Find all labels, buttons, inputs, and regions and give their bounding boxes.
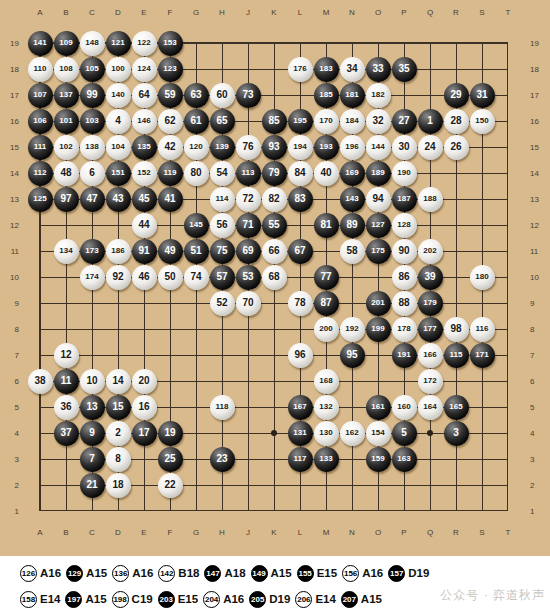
stone-H16-move-65: 65 bbox=[210, 109, 235, 134]
stone-L4-move-131: 131 bbox=[288, 421, 313, 446]
row-label-17: 17 bbox=[2, 91, 22, 100]
annotation-move-136: 136A16 bbox=[112, 565, 153, 582]
stone-F4-move-19: 19 bbox=[158, 421, 183, 446]
col-label-K: K bbox=[261, 8, 287, 17]
annotation-move-207: 207A15 bbox=[341, 591, 382, 608]
stone-P16-move-27: 27 bbox=[392, 109, 417, 134]
stone-C2-move-21: 21 bbox=[80, 473, 105, 498]
stone-N8-move-192: 192 bbox=[340, 317, 365, 342]
row-label-4: 4 bbox=[2, 429, 22, 438]
stone-C3-move-7: 7 bbox=[80, 447, 105, 472]
col-label-H: H bbox=[209, 528, 235, 537]
stone-O15-move-144: 144 bbox=[366, 135, 391, 160]
stone-N18-move-34: 34 bbox=[340, 57, 365, 82]
stone-D6-move-14: 14 bbox=[106, 369, 131, 394]
row-label-6: 6 bbox=[527, 377, 547, 386]
stone-D2-move-18: 18 bbox=[106, 473, 131, 498]
stone-E10-move-46: 46 bbox=[132, 265, 157, 290]
stone-E19-move-122: 122 bbox=[132, 31, 157, 56]
stone-M5-move-132: 132 bbox=[314, 395, 339, 420]
annotation-point: E14 bbox=[315, 593, 335, 605]
row-label-16: 16 bbox=[2, 117, 22, 126]
stone-D19-move-121: 121 bbox=[106, 31, 131, 56]
col-label-B: B bbox=[53, 8, 79, 17]
stone-G14-move-80: 80 bbox=[184, 161, 209, 186]
stone-P14-move-190: 190 bbox=[392, 161, 417, 186]
annotation-stone-icon: 198 bbox=[112, 591, 129, 608]
stone-F10-move-50: 50 bbox=[158, 265, 183, 290]
row-label-2: 2 bbox=[2, 481, 22, 490]
stone-D3-move-8: 8 bbox=[106, 447, 131, 472]
stone-F16-move-62: 62 bbox=[158, 109, 183, 134]
row-label-16: 16 bbox=[527, 117, 547, 126]
row-label-14: 14 bbox=[2, 169, 22, 178]
stone-J14-move-113: 113 bbox=[236, 161, 261, 186]
column-labels-top: ABCDEFGHJKLMNOPQRST bbox=[27, 8, 521, 17]
annotation-move-142: 142B18 bbox=[158, 565, 199, 582]
annotation-point: C19 bbox=[132, 593, 153, 605]
stone-S16-move-150: 150 bbox=[470, 109, 495, 134]
row-label-3: 3 bbox=[527, 455, 547, 464]
col-label-D: D bbox=[105, 8, 131, 17]
row-label-13: 13 bbox=[2, 195, 22, 204]
stone-Q13-move-188: 188 bbox=[418, 187, 443, 212]
annotation-stone-icon: 205 bbox=[249, 591, 266, 608]
stone-J11-move-69: 69 bbox=[236, 239, 261, 264]
annotation-stone-icon: 136 bbox=[112, 565, 129, 582]
stone-A14-move-112: 112 bbox=[28, 161, 53, 186]
stone-K12-move-55: 55 bbox=[262, 213, 287, 238]
stone-O17-move-182: 182 bbox=[366, 83, 391, 108]
stone-Q5-move-164: 164 bbox=[418, 395, 443, 420]
stone-E18-move-124: 124 bbox=[132, 57, 157, 82]
stone-P18-move-35: 35 bbox=[392, 57, 417, 82]
annotation-point: A15 bbox=[361, 593, 382, 605]
stone-H14-move-54: 54 bbox=[210, 161, 235, 186]
stone-M9-move-87: 87 bbox=[314, 291, 339, 316]
annotation-point: D19 bbox=[269, 593, 290, 605]
stone-E12-move-44: 44 bbox=[132, 213, 157, 238]
stone-L7-move-96: 96 bbox=[288, 343, 313, 368]
stone-K15-move-93: 93 bbox=[262, 135, 287, 160]
col-label-O: O bbox=[365, 8, 391, 17]
stone-Q16-move-1: 1 bbox=[418, 109, 443, 134]
stone-Q15-move-24: 24 bbox=[418, 135, 443, 160]
stone-P12-move-128: 128 bbox=[392, 213, 417, 238]
row-label-2: 2 bbox=[527, 481, 547, 490]
annotation-stone-icon: 206 bbox=[295, 591, 312, 608]
annotation-move-149: 149A15 bbox=[251, 565, 292, 582]
annotation-stone-icon: 207 bbox=[341, 591, 358, 608]
stone-P11-move-90: 90 bbox=[392, 239, 417, 264]
stone-N14-move-169: 169 bbox=[340, 161, 365, 186]
stone-H11-move-75: 75 bbox=[210, 239, 235, 264]
stone-B7-move-12: 12 bbox=[54, 343, 79, 368]
stone-Q7-move-166: 166 bbox=[418, 343, 443, 368]
stone-L14-move-84: 84 bbox=[288, 161, 313, 186]
stone-N7-move-95: 95 bbox=[340, 343, 365, 368]
stone-N15-move-196: 196 bbox=[340, 135, 365, 160]
watermark-text: 公众号 · 弈道秋声 bbox=[440, 587, 545, 604]
move-annotations: 126A16129A15136A16142B18147A18149A15155E… bbox=[0, 556, 550, 615]
stone-G17-move-63: 63 bbox=[184, 83, 209, 108]
row-label-1: 1 bbox=[527, 507, 547, 516]
stone-B19-move-109: 109 bbox=[54, 31, 79, 56]
stone-J9-move-70: 70 bbox=[236, 291, 261, 316]
stone-E15-move-135: 135 bbox=[132, 135, 157, 160]
stone-G15-move-120: 120 bbox=[184, 135, 209, 160]
row-label-15: 15 bbox=[2, 143, 22, 152]
col-label-M: M bbox=[313, 8, 339, 17]
stone-P10-move-86: 86 bbox=[392, 265, 417, 290]
stone-G16-move-61: 61 bbox=[184, 109, 209, 134]
annotation-move-198: 198C19 bbox=[112, 591, 153, 608]
stone-O13-move-94: 94 bbox=[366, 187, 391, 212]
stone-R8-move-98: 98 bbox=[444, 317, 469, 342]
stone-P4-move-5: 5 bbox=[392, 421, 417, 446]
stone-D11-move-186: 186 bbox=[106, 239, 131, 264]
col-label-F: F bbox=[157, 528, 183, 537]
stone-R15-move-26: 26 bbox=[444, 135, 469, 160]
row-label-19: 19 bbox=[2, 39, 22, 48]
col-label-S: S bbox=[469, 8, 495, 17]
stone-J15-move-76: 76 bbox=[236, 135, 261, 160]
stone-G10-move-74: 74 bbox=[184, 265, 209, 290]
stone-M16-move-170: 170 bbox=[314, 109, 339, 134]
stone-K13-move-82: 82 bbox=[262, 187, 287, 212]
stone-M6-move-168: 168 bbox=[314, 369, 339, 394]
stone-K10-move-68: 68 bbox=[262, 265, 287, 290]
stone-Q9-move-179: 179 bbox=[418, 291, 443, 316]
stone-D13-move-43: 43 bbox=[106, 187, 131, 212]
annotation-stone-icon: 156 bbox=[342, 565, 359, 582]
row-label-3: 3 bbox=[2, 455, 22, 464]
stone-J10-move-53: 53 bbox=[236, 265, 261, 290]
stone-N16-move-184: 184 bbox=[340, 109, 365, 134]
annotation-point: E15 bbox=[178, 593, 198, 605]
col-label-T: T bbox=[495, 528, 521, 537]
col-label-D: D bbox=[105, 528, 131, 537]
stone-C14-move-6: 6 bbox=[80, 161, 105, 186]
annotation-stone-icon: 147 bbox=[204, 565, 221, 582]
row-label-19: 19 bbox=[527, 39, 547, 48]
stone-A19-move-141: 141 bbox=[28, 31, 53, 56]
annotation-point: B18 bbox=[178, 567, 199, 579]
stone-Q6-move-172: 172 bbox=[418, 369, 443, 394]
stone-O12-move-127: 127 bbox=[366, 213, 391, 238]
stone-O8-move-199: 199 bbox=[366, 317, 391, 342]
stone-N11-move-58: 58 bbox=[340, 239, 365, 264]
stone-C11-move-173: 173 bbox=[80, 239, 105, 264]
stone-H9-move-52: 52 bbox=[210, 291, 235, 316]
annotation-stone-icon: 204 bbox=[203, 591, 220, 608]
stone-A18-move-110: 110 bbox=[28, 57, 53, 82]
stone-R16-move-28: 28 bbox=[444, 109, 469, 134]
annotation-point: A15 bbox=[86, 567, 107, 579]
stone-H15-move-139: 139 bbox=[210, 135, 235, 160]
stone-L18-move-176: 176 bbox=[288, 57, 313, 82]
annotation-stone-icon: 157 bbox=[388, 565, 405, 582]
stone-B13-move-97: 97 bbox=[54, 187, 79, 212]
annotation-stone-icon: 155 bbox=[297, 565, 314, 582]
stone-E5-move-16: 16 bbox=[132, 395, 157, 420]
stone-H5-move-118: 118 bbox=[210, 395, 235, 420]
stone-B18-move-108: 108 bbox=[54, 57, 79, 82]
annotation-point: A16 bbox=[362, 567, 383, 579]
row-label-9: 9 bbox=[2, 299, 22, 308]
stone-J12-move-71: 71 bbox=[236, 213, 261, 238]
stone-D18-move-100: 100 bbox=[106, 57, 131, 82]
stone-C5-move-13: 13 bbox=[80, 395, 105, 420]
col-label-B: B bbox=[53, 528, 79, 537]
stone-D4-move-2: 2 bbox=[106, 421, 131, 446]
col-label-O: O bbox=[365, 528, 391, 537]
annotation-point: A16 bbox=[40, 567, 61, 579]
row-labels-right: 19181716151413121110987654321 bbox=[527, 30, 547, 524]
stone-G11-move-51: 51 bbox=[184, 239, 209, 264]
row-label-11: 11 bbox=[2, 247, 22, 256]
stone-E4-move-17: 17 bbox=[132, 421, 157, 446]
col-label-N: N bbox=[339, 8, 365, 17]
annotation-stone-icon: 197 bbox=[65, 591, 82, 608]
stone-L5-move-167: 167 bbox=[288, 395, 313, 420]
stone-E17-move-64: 64 bbox=[132, 83, 157, 108]
stone-C15-move-138: 138 bbox=[80, 135, 105, 160]
col-label-F: F bbox=[157, 8, 183, 17]
col-label-N: N bbox=[339, 528, 365, 537]
stone-F19-move-153: 153 bbox=[158, 31, 183, 56]
stone-P5-move-160: 160 bbox=[392, 395, 417, 420]
stone-F13-move-41: 41 bbox=[158, 187, 183, 212]
annotation-stone-icon: 126 bbox=[20, 565, 37, 582]
row-label-17: 17 bbox=[527, 91, 547, 100]
stone-F11-move-49: 49 bbox=[158, 239, 183, 264]
annotation-move-157: 157D19 bbox=[388, 565, 429, 582]
stone-H13-move-114: 114 bbox=[210, 187, 235, 212]
annotation-move-197: 197A15 bbox=[65, 591, 106, 608]
col-label-C: C bbox=[79, 8, 105, 17]
stone-N12-move-89: 89 bbox=[340, 213, 365, 238]
stone-O11-move-175: 175 bbox=[366, 239, 391, 264]
go-board-area: ABCDEFGHJKLMNOPQRST ABCDEFGHJKLMNOPQRST … bbox=[0, 0, 550, 556]
annotation-stone-icon: 142 bbox=[158, 565, 175, 582]
col-label-H: H bbox=[209, 8, 235, 17]
stone-M12-move-81: 81 bbox=[314, 213, 339, 238]
stone-H10-move-57: 57 bbox=[210, 265, 235, 290]
stone-R4-move-3: 3 bbox=[444, 421, 469, 446]
annotation-stone-icon: 203 bbox=[158, 591, 175, 608]
stone-M4-move-130: 130 bbox=[314, 421, 339, 446]
row-label-6: 6 bbox=[2, 377, 22, 386]
row-label-5: 5 bbox=[2, 403, 22, 412]
stone-Q8-move-177: 177 bbox=[418, 317, 443, 342]
stone-R5-move-165: 165 bbox=[444, 395, 469, 420]
stone-M8-move-200: 200 bbox=[314, 317, 339, 342]
stone-C17-move-99: 99 bbox=[80, 83, 105, 108]
row-label-15: 15 bbox=[527, 143, 547, 152]
stone-C4-move-9: 9 bbox=[80, 421, 105, 446]
annotation-move-203: 203E15 bbox=[158, 591, 198, 608]
go-diagram-page: ABCDEFGHJKLMNOPQRST ABCDEFGHJKLMNOPQRST … bbox=[0, 0, 550, 615]
stone-S7-move-171: 171 bbox=[470, 343, 495, 368]
row-label-8: 8 bbox=[527, 325, 547, 334]
stone-L3-move-117: 117 bbox=[288, 447, 313, 472]
stone-K11-move-66: 66 bbox=[262, 239, 287, 264]
col-label-A: A bbox=[27, 8, 53, 17]
stone-R7-move-115: 115 bbox=[444, 343, 469, 368]
stone-M17-move-185: 185 bbox=[314, 83, 339, 108]
col-label-C: C bbox=[79, 528, 105, 537]
row-label-12: 12 bbox=[2, 221, 22, 230]
annotation-move-156: 156A16 bbox=[342, 565, 383, 582]
stone-D5-move-15: 15 bbox=[106, 395, 131, 420]
stone-L9-move-78: 78 bbox=[288, 291, 313, 316]
stone-A17-move-107: 107 bbox=[28, 83, 53, 108]
stone-G12-move-145: 145 bbox=[184, 213, 209, 238]
annotation-move-155: 155E15 bbox=[297, 565, 337, 582]
stone-A15-move-111: 111 bbox=[28, 135, 53, 160]
stone-F17-move-59: 59 bbox=[158, 83, 183, 108]
col-label-A: A bbox=[27, 528, 53, 537]
stone-B6-move-11: 11 bbox=[54, 369, 79, 394]
annotation-point: E14 bbox=[40, 593, 60, 605]
row-label-7: 7 bbox=[527, 351, 547, 360]
stone-M10-move-77: 77 bbox=[314, 265, 339, 290]
stone-H3-move-23: 23 bbox=[210, 447, 235, 472]
stone-M15-move-193: 193 bbox=[314, 135, 339, 160]
annotation-point: A18 bbox=[224, 567, 245, 579]
annotation-move-129: 129A15 bbox=[66, 565, 107, 582]
row-label-18: 18 bbox=[527, 65, 547, 74]
stone-S17-move-31: 31 bbox=[470, 83, 495, 108]
stone-J17-move-73: 73 bbox=[236, 83, 261, 108]
col-label-G: G bbox=[183, 8, 209, 17]
row-label-18: 18 bbox=[2, 65, 22, 74]
col-label-R: R bbox=[443, 528, 469, 537]
col-label-E: E bbox=[131, 528, 157, 537]
stone-E11-move-91: 91 bbox=[132, 239, 157, 264]
col-label-E: E bbox=[131, 8, 157, 17]
stones-layer: 1411091481211221531101081051001241231761… bbox=[27, 30, 521, 524]
annotation-move-158: 158E14 bbox=[20, 591, 60, 608]
col-label-P: P bbox=[391, 8, 417, 17]
col-label-S: S bbox=[469, 528, 495, 537]
annotation-point: D19 bbox=[408, 567, 429, 579]
annotation-point: A15 bbox=[271, 567, 292, 579]
annotation-move-205: 205D19 bbox=[249, 591, 290, 608]
stone-J13-move-72: 72 bbox=[236, 187, 261, 212]
stone-M3-move-133: 133 bbox=[314, 447, 339, 472]
stone-D16-move-4: 4 bbox=[106, 109, 131, 134]
annotation-point: E15 bbox=[317, 567, 337, 579]
stone-B16-move-101: 101 bbox=[54, 109, 79, 134]
stone-F2-move-22: 22 bbox=[158, 473, 183, 498]
row-labels-left: 19181716151413121110987654321 bbox=[2, 30, 22, 524]
stone-C13-move-47: 47 bbox=[80, 187, 105, 212]
col-label-L: L bbox=[287, 8, 313, 17]
stone-D17-move-140: 140 bbox=[106, 83, 131, 108]
col-label-K: K bbox=[261, 528, 287, 537]
stone-B4-move-37: 37 bbox=[54, 421, 79, 446]
stone-P7-move-191: 191 bbox=[392, 343, 417, 368]
stone-B15-move-102: 102 bbox=[54, 135, 79, 160]
stone-N17-move-181: 181 bbox=[340, 83, 365, 108]
stone-F14-move-119: 119 bbox=[158, 161, 183, 186]
col-label-G: G bbox=[183, 528, 209, 537]
stone-H12-move-56: 56 bbox=[210, 213, 235, 238]
stone-P13-move-187: 187 bbox=[392, 187, 417, 212]
row-label-14: 14 bbox=[527, 169, 547, 178]
stone-P8-move-178: 178 bbox=[392, 317, 417, 342]
stone-C18-move-105: 105 bbox=[80, 57, 105, 82]
stone-C16-move-103: 103 bbox=[80, 109, 105, 134]
col-label-Q: Q bbox=[417, 528, 443, 537]
stone-B5-move-36: 36 bbox=[54, 395, 79, 420]
stone-B17-move-137: 137 bbox=[54, 83, 79, 108]
annotation-stone-icon: 158 bbox=[20, 591, 37, 608]
stone-O14-move-189: 189 bbox=[366, 161, 391, 186]
col-label-M: M bbox=[313, 528, 339, 537]
annotation-move-204: 204A16 bbox=[203, 591, 244, 608]
stone-O4-move-154: 154 bbox=[366, 421, 391, 446]
stone-L16-move-195: 195 bbox=[288, 109, 313, 134]
annotation-stone-icon: 129 bbox=[66, 565, 83, 582]
stone-Q10-move-39: 39 bbox=[418, 265, 443, 290]
stone-S8-move-116: 116 bbox=[470, 317, 495, 342]
stone-B14-move-48: 48 bbox=[54, 161, 79, 186]
stone-A16-move-106: 106 bbox=[28, 109, 53, 134]
stone-O5-move-161: 161 bbox=[366, 395, 391, 420]
stone-H17-move-60: 60 bbox=[210, 83, 235, 108]
stone-D15-move-104: 104 bbox=[106, 135, 131, 160]
stone-E6-move-20: 20 bbox=[132, 369, 157, 394]
annotation-move-126: 126A16 bbox=[20, 565, 61, 582]
stone-L15-move-194: 194 bbox=[288, 135, 313, 160]
stone-M18-move-183: 183 bbox=[314, 57, 339, 82]
col-label-J: J bbox=[235, 528, 261, 537]
annotation-move-147: 147A18 bbox=[204, 565, 245, 582]
row-label-5: 5 bbox=[527, 403, 547, 412]
stone-C6-move-10: 10 bbox=[80, 369, 105, 394]
annotation-point: A16 bbox=[132, 567, 153, 579]
stone-D10-move-92: 92 bbox=[106, 265, 131, 290]
stone-M14-move-40: 40 bbox=[314, 161, 339, 186]
row-label-7: 7 bbox=[2, 351, 22, 360]
stone-E14-move-152: 152 bbox=[132, 161, 157, 186]
annotation-stone-icon: 149 bbox=[251, 565, 268, 582]
annotation-row-1: 126A16129A15136A16142B18147A18149A15155E… bbox=[20, 560, 550, 586]
row-label-11: 11 bbox=[527, 247, 547, 256]
column-labels-bottom: ABCDEFGHJKLMNOPQRST bbox=[27, 528, 521, 537]
stone-N4-move-162: 162 bbox=[340, 421, 365, 446]
stone-P3-move-163: 163 bbox=[392, 447, 417, 472]
col-label-R: R bbox=[443, 8, 469, 17]
stone-Q11-move-202: 202 bbox=[418, 239, 443, 264]
col-label-J: J bbox=[235, 8, 261, 17]
stone-C19-move-148: 148 bbox=[80, 31, 105, 56]
stone-F18-move-123: 123 bbox=[158, 57, 183, 82]
col-label-L: L bbox=[287, 528, 313, 537]
row-label-4: 4 bbox=[527, 429, 547, 438]
stone-O18-move-33: 33 bbox=[366, 57, 391, 82]
stone-C10-move-174: 174 bbox=[80, 265, 105, 290]
col-label-T: T bbox=[495, 8, 521, 17]
stone-O9-move-201: 201 bbox=[366, 291, 391, 316]
go-board: 1411091481211221531101081051001241231761… bbox=[27, 30, 521, 524]
stone-D14-move-151: 151 bbox=[106, 161, 131, 186]
row-label-9: 9 bbox=[527, 299, 547, 308]
row-label-12: 12 bbox=[527, 221, 547, 230]
